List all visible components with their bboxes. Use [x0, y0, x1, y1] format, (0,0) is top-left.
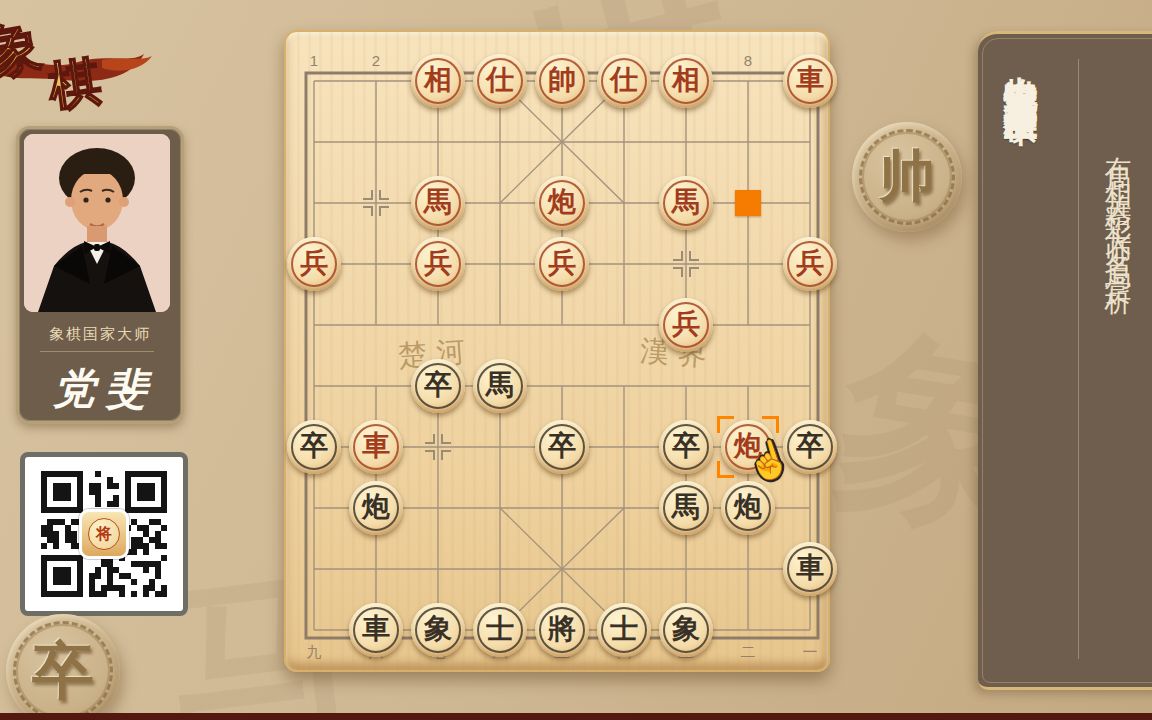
file-label-top: 2	[372, 52, 380, 69]
file-label-top: 8	[744, 52, 752, 69]
black-piece-車[interactable]: 車	[349, 603, 403, 657]
xiangqi-board[interactable]: 楚河 漢界 123456789九八七六五四三二一 相仕帥仕相車馬炮馬兵兵兵兵兵車…	[284, 30, 830, 672]
red-piece-相[interactable]: 相	[659, 54, 713, 108]
file-label-bottom: 二	[741, 643, 756, 662]
black-piece-象[interactable]: 象	[659, 603, 713, 657]
red-piece-帥[interactable]: 帥	[535, 54, 589, 108]
qr-code: 将	[20, 452, 188, 616]
series-subtitle: 布局相关精彩大师名局赏析	[1100, 135, 1136, 655]
black-piece-炮[interactable]: 炮	[721, 481, 775, 535]
opening-title: 中炮进七兵过河车对屏风马左马盘河横车	[998, 49, 1044, 689]
qr-app-icon: 将	[79, 509, 129, 559]
logo-char-2: 棋	[44, 49, 105, 117]
red-piece-仕[interactable]: 仕	[473, 54, 527, 108]
black-piece-士[interactable]: 士	[597, 603, 651, 657]
red-piece-兵[interactable]: 兵	[659, 298, 713, 352]
red-piece-兵[interactable]: 兵	[287, 237, 341, 291]
file-label-top: 1	[310, 52, 318, 69]
black-piece-象[interactable]: 象	[411, 603, 465, 657]
black-piece-卒[interactable]: 卒	[659, 420, 713, 474]
black-piece-卒[interactable]: 卒	[287, 420, 341, 474]
lesson-title-panel: 中炮进七兵过河车对屏风马左马盘河横车 布局相关精彩大师名局赏析	[978, 31, 1152, 690]
board-grid	[302, 69, 822, 642]
black-piece-馬[interactable]: 馬	[659, 481, 713, 535]
black-piece-卒[interactable]: 卒	[411, 359, 465, 413]
black-piece-卒[interactable]: 卒	[535, 420, 589, 474]
file-label-bottom: 一	[803, 643, 818, 662]
bottom-bar	[0, 713, 1152, 720]
black-piece-將[interactable]: 將	[535, 603, 589, 657]
master-title: 象棋国家大师	[19, 325, 181, 344]
master-name: 党斐	[19, 361, 181, 417]
black-piece-炮[interactable]: 炮	[349, 481, 403, 535]
black-piece-車[interactable]: 車	[783, 542, 837, 596]
red-piece-炮[interactable]: 炮	[535, 176, 589, 230]
red-piece-兵[interactable]: 兵	[535, 237, 589, 291]
red-piece-相[interactable]: 相	[411, 54, 465, 108]
red-piece-馬[interactable]: 馬	[411, 176, 465, 230]
red-piece-車[interactable]: 車	[783, 54, 837, 108]
red-piece-仕[interactable]: 仕	[597, 54, 651, 108]
logo-char-1: 象	[0, 11, 47, 88]
red-piece-兵[interactable]: 兵	[411, 237, 465, 291]
app-logo: 象 棋	[0, 4, 172, 124]
panel-divider	[1078, 59, 1079, 659]
red-piece-兵[interactable]: 兵	[783, 237, 837, 291]
card-divider	[40, 351, 154, 352]
master-portrait	[24, 134, 170, 312]
stone-piece-shuai: 帅	[852, 122, 962, 232]
stone-piece-zu: 卒	[6, 614, 120, 720]
black-piece-士[interactable]: 士	[473, 603, 527, 657]
black-piece-馬[interactable]: 馬	[473, 359, 527, 413]
red-piece-馬[interactable]: 馬	[659, 176, 713, 230]
last-move-origin-marker	[735, 190, 761, 216]
red-piece-車[interactable]: 車	[349, 420, 403, 474]
file-label-bottom: 九	[307, 643, 322, 662]
qr-icon-char: 将	[96, 526, 112, 542]
master-profile-card: 象棋国家大师 党斐	[16, 126, 184, 424]
